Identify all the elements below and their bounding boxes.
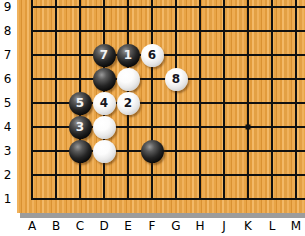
move-number: 4 bbox=[100, 97, 108, 109]
row-label-1: 1 bbox=[0, 191, 15, 207]
move-number: 5 bbox=[76, 97, 84, 109]
col-label-K: K bbox=[240, 219, 256, 234]
star-point-K4 bbox=[246, 125, 251, 130]
stone-white-D3[interactable] bbox=[93, 140, 116, 163]
stone-black-C4[interactable]: 3 bbox=[69, 116, 92, 139]
go-diagram: 71685423 ABCDEFGHJKLM 987654321 bbox=[0, 0, 305, 236]
col-label-B: B bbox=[48, 219, 64, 234]
stone-white-E5[interactable]: 2 bbox=[117, 92, 140, 115]
row-label-3: 3 bbox=[0, 143, 15, 159]
move-number: 6 bbox=[148, 49, 156, 61]
col-label-A: A bbox=[24, 219, 40, 234]
stone-black-D7[interactable]: 7 bbox=[93, 44, 116, 67]
stone-white-G6[interactable]: 8 bbox=[165, 68, 188, 91]
stone-white-D5[interactable]: 4 bbox=[93, 92, 116, 115]
row-label-6: 6 bbox=[0, 71, 15, 87]
stone-white-F7[interactable]: 6 bbox=[141, 44, 164, 67]
move-number: 7 bbox=[100, 49, 108, 61]
row-label-7: 7 bbox=[0, 47, 15, 63]
move-number: 8 bbox=[172, 73, 180, 85]
move-number: 1 bbox=[124, 49, 132, 61]
col-label-C: C bbox=[72, 219, 88, 234]
col-label-F: F bbox=[144, 219, 160, 234]
col-label-J: J bbox=[216, 219, 232, 234]
row-label-5: 5 bbox=[0, 95, 15, 111]
col-label-E: E bbox=[120, 219, 136, 234]
row-label-2: 2 bbox=[0, 167, 15, 183]
row-label-8: 8 bbox=[0, 23, 15, 39]
move-number: 3 bbox=[76, 121, 84, 133]
board-grid bbox=[0, 0, 305, 236]
stone-black-F3[interactable] bbox=[141, 140, 164, 163]
row-label-4: 4 bbox=[0, 119, 15, 135]
col-label-L: L bbox=[264, 219, 280, 234]
stone-white-E6[interactable] bbox=[117, 68, 140, 91]
stone-black-C5[interactable]: 5 bbox=[69, 92, 92, 115]
stone-black-C3[interactable] bbox=[69, 140, 92, 163]
move-number: 2 bbox=[124, 97, 132, 109]
col-label-H: H bbox=[192, 219, 208, 234]
col-label-G: G bbox=[168, 219, 184, 234]
row-label-9: 9 bbox=[0, 0, 15, 15]
col-label-M: M bbox=[288, 219, 304, 234]
col-label-D: D bbox=[96, 219, 112, 234]
stone-white-D4[interactable] bbox=[93, 116, 116, 139]
stone-black-E7[interactable]: 1 bbox=[117, 44, 140, 67]
stone-black-D6[interactable] bbox=[93, 68, 116, 91]
